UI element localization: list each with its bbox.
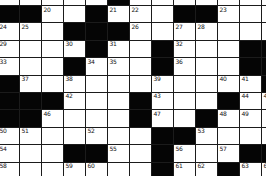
answer-cell-r7-c8[interactable] [174, 110, 195, 126]
clue-number-26: 26 [132, 24, 139, 30]
answer-cell-r5-c6[interactable] [130, 76, 151, 92]
black-cell-r1-c1 [20, 6, 41, 22]
answer-cell-r3-c5[interactable]: 31 [108, 41, 129, 57]
answer-cell-r1-c5[interactable]: 21 [108, 6, 129, 22]
clue-number-41: 41 [242, 76, 249, 82]
black-cell-r1-c9 [196, 6, 217, 22]
answer-cell-r2-c9[interactable]: 28 [196, 23, 217, 39]
black-cell-r3-c4 [86, 41, 107, 57]
answer-cell-r2-c0[interactable]: 24 [0, 23, 19, 39]
answer-cell-r2-c12[interactable] [262, 23, 266, 39]
answer-cell-r9-c0[interactable]: 54 [0, 145, 19, 161]
black-cell-r3-c7 [152, 41, 173, 57]
black-cell-r3-c12 [262, 41, 266, 57]
black-cell-r6-c6 [130, 93, 151, 109]
clue-number-45: 45 [264, 93, 267, 99]
answer-cell-r3-c2[interactable] [42, 41, 63, 57]
black-cell-r10-c10 [218, 163, 239, 176]
clue-number-38: 38 [66, 76, 73, 82]
black-cell-r4-c3 [64, 58, 85, 74]
black-cell-r4-c7 [152, 58, 173, 74]
answer-cell-r10-c4[interactable]: 60 [86, 163, 107, 176]
clue-number-29: 29 [0, 41, 7, 47]
clue-number-61: 61 [176, 163, 183, 169]
answer-cell-r8-c6[interactable] [130, 128, 151, 144]
answer-cell-r7-c5[interactable] [108, 110, 129, 126]
answer-cell-r9-c10[interactable]: 57 [218, 145, 239, 161]
answer-cell-r10-c8[interactable]: 61 [174, 163, 195, 176]
answer-cell-r8-c3[interactable] [64, 128, 85, 144]
clue-number-33: 33 [0, 59, 7, 65]
answer-cell-r3-c9[interactable] [196, 41, 217, 57]
answer-cell-r5-c4[interactable] [86, 76, 107, 92]
answer-cell-r4-c4[interactable]: 34 [86, 58, 107, 74]
black-cell-r8-c8 [174, 128, 195, 144]
clue-number-32: 32 [176, 41, 183, 47]
answer-cell-r4-c10[interactable] [218, 58, 239, 74]
answer-cell-r7-c11[interactable]: 49 [240, 110, 261, 126]
clue-number-52: 52 [88, 128, 95, 134]
answer-cell-r5-c11[interactable]: 41 [240, 76, 261, 92]
answer-cell-r4-c1[interactable] [20, 58, 41, 74]
black-cell-r3-c11 [240, 41, 261, 57]
answer-cell-r4-c6[interactable] [130, 58, 151, 74]
black-cell-r5-c0 [0, 76, 19, 92]
crossword-screenshot: 2021222324252627282930313233343536373839… [0, 0, 266, 176]
answer-cell-r10-c1[interactable] [20, 163, 41, 176]
answer-cell-r8-c12[interactable] [262, 128, 266, 144]
black-cell-r6-c2 [42, 93, 63, 109]
answer-cell-r6-c4[interactable] [86, 93, 107, 109]
answer-cell-r10-c12[interactable]: 64 [262, 163, 266, 176]
black-cell-r6-c0 [0, 93, 19, 109]
answer-cell-r1-c7[interactable] [152, 6, 173, 22]
answer-cell-r6-c3[interactable]: 42 [64, 93, 85, 109]
answer-cell-r5-c10[interactable]: 40 [218, 76, 239, 92]
black-cell-r5-c12 [262, 76, 266, 92]
answer-cell-r8-c11[interactable] [240, 128, 261, 144]
answer-cell-r5-c8[interactable] [174, 76, 195, 92]
clue-number-63: 63 [242, 163, 249, 169]
answer-cell-r8-c0[interactable]: 50 [0, 128, 19, 144]
answer-cell-r9-c5[interactable]: 55 [108, 145, 129, 161]
clue-number-53: 53 [198, 128, 205, 134]
clue-number-51: 51 [22, 128, 29, 134]
answer-cell-r7-c4[interactable] [86, 110, 107, 126]
black-cell-r1-c4 [86, 6, 107, 22]
black-cell-r9-c4 [86, 145, 107, 161]
clue-number-50: 50 [0, 128, 7, 134]
clue-number-40: 40 [220, 76, 227, 82]
answer-cell-r1-c3[interactable] [64, 6, 85, 22]
answer-cell-r0-c4[interactable] [86, 0, 107, 5]
black-cell-r9-c7 [152, 145, 173, 161]
clue-number-22: 22 [132, 7, 139, 13]
answer-cell-r10-c2[interactable] [42, 163, 63, 176]
black-cell-r2-c5 [108, 23, 129, 39]
answer-cell-r8-c5[interactable] [108, 128, 129, 144]
answer-cell-r2-c8[interactable]: 27 [174, 23, 195, 39]
answer-cell-r10-c6[interactable] [130, 163, 151, 176]
clue-number-64: 64 [264, 163, 267, 169]
answer-cell-r0-c7[interactable] [152, 0, 173, 5]
answer-cell-r4-c0[interactable]: 33 [0, 58, 19, 74]
clue-number-58: 58 [0, 163, 7, 169]
clue-number-56: 56 [176, 146, 183, 152]
answer-cell-r3-c10[interactable] [218, 41, 239, 57]
answer-cell-r10-c0[interactable]: 58 [0, 163, 19, 176]
clue-number-23: 23 [220, 7, 227, 13]
answer-cell-r0-c0[interactable] [0, 0, 19, 5]
answer-cell-r7-c10[interactable]: 48 [218, 110, 239, 126]
answer-cell-r9-c9[interactable] [196, 145, 217, 161]
clue-number-24: 24 [0, 24, 7, 30]
clue-number-27: 27 [176, 24, 183, 30]
answer-cell-r8-c2[interactable] [42, 128, 63, 144]
clue-number-44: 44 [242, 93, 249, 99]
answer-cell-r10-c3[interactable]: 59 [64, 163, 85, 176]
black-cell-r6-c10 [218, 93, 239, 109]
clue-number-31: 31 [110, 41, 117, 47]
answer-cell-r0-c3[interactable] [64, 0, 85, 5]
answer-cell-r3-c0[interactable]: 29 [0, 41, 19, 57]
answer-cell-r4-c5[interactable]: 35 [108, 58, 129, 74]
black-cell-r7-c1 [20, 110, 41, 126]
clue-number-42: 42 [66, 93, 73, 99]
answer-cell-r3-c6[interactable] [130, 41, 151, 57]
black-cell-r7-c6 [130, 110, 151, 126]
clue-number-55: 55 [110, 146, 117, 152]
answer-cell-r3-c3[interactable]: 30 [64, 41, 85, 57]
black-cell-r2-c3 [64, 23, 85, 39]
answer-cell-r4-c2[interactable] [42, 58, 63, 74]
answer-cell-r0-c10[interactable] [218, 0, 239, 5]
answer-cell-r1-c6[interactable]: 22 [130, 6, 151, 22]
answer-cell-r9-c6[interactable] [130, 145, 151, 161]
answer-cell-r10-c11[interactable]: 63 [240, 163, 261, 176]
answer-cell-r4-c8[interactable]: 36 [174, 58, 195, 74]
answer-cell-r9-c2[interactable] [42, 145, 63, 161]
answer-cell-r1-c12[interactable] [262, 6, 266, 22]
black-cell-r10-c7 [152, 163, 173, 176]
black-cell-r9-c11 [240, 145, 261, 161]
answer-cell-r2-c7[interactable] [152, 23, 173, 39]
answer-cell-r2-c2[interactable] [42, 23, 63, 39]
answer-cell-r8-c1[interactable]: 51 [20, 128, 41, 144]
answer-cell-r4-c9[interactable] [196, 58, 217, 74]
answer-cell-r10-c5[interactable] [108, 163, 129, 176]
clue-number-37: 37 [22, 76, 29, 82]
answer-cell-r7-c12[interactable] [262, 110, 266, 126]
clue-number-39: 39 [154, 76, 161, 82]
answer-cell-r6-c11[interactable]: 44 [240, 93, 261, 109]
answer-cell-r10-c9[interactable]: 62 [196, 163, 217, 176]
black-cell-r1-c0 [0, 6, 19, 22]
black-cell-r7-c9 [196, 110, 217, 126]
answer-cell-r0-c6[interactable] [130, 0, 151, 5]
black-cell-r1-c8 [174, 6, 195, 22]
answer-cell-r2-c1[interactable]: 25 [20, 23, 41, 39]
black-cell-r7-c0 [0, 110, 19, 126]
answer-cell-r5-c1[interactable]: 37 [20, 76, 41, 92]
answer-cell-r0-c8[interactable] [174, 0, 195, 5]
clue-number-48: 48 [220, 111, 227, 117]
clue-number-62: 62 [198, 163, 205, 169]
answer-cell-r1-c11[interactable] [240, 6, 261, 22]
black-cell-r4-c12 [262, 58, 266, 74]
clue-number-28: 28 [198, 24, 205, 30]
black-cell-r9-c3 [64, 145, 85, 161]
clue-number-60: 60 [88, 163, 95, 169]
answer-cell-r5-c5[interactable] [108, 76, 129, 92]
answer-cell-r2-c10[interactable] [218, 23, 239, 39]
clue-number-30: 30 [66, 41, 73, 47]
clue-number-47: 47 [154, 111, 161, 117]
answer-cell-r8-c10[interactable] [218, 128, 239, 144]
clue-number-20: 20 [44, 7, 51, 13]
black-cell-r8-c7 [152, 128, 173, 144]
clue-number-35: 35 [110, 59, 117, 65]
answer-cell-r7-c2[interactable]: 46 [42, 110, 63, 126]
clue-number-43: 43 [154, 93, 161, 99]
clue-number-36: 36 [176, 59, 183, 65]
answer-cell-r5-c3[interactable]: 38 [64, 76, 85, 92]
answer-cell-r7-c3[interactable] [64, 110, 85, 126]
clue-number-46: 46 [44, 111, 51, 117]
clue-number-54: 54 [0, 146, 7, 152]
clue-number-25: 25 [22, 24, 29, 30]
answer-cell-r9-c8[interactable]: 56 [174, 145, 195, 161]
answer-cell-r6-c12[interactable]: 45 [262, 93, 266, 109]
answer-cell-r0-c12[interactable] [262, 0, 266, 5]
answer-cell-r7-c7[interactable]: 47 [152, 110, 173, 126]
answer-cell-r0-c9[interactable] [196, 0, 217, 5]
answer-cell-r0-c1[interactable] [20, 0, 41, 5]
answer-cell-r9-c1[interactable] [20, 145, 41, 161]
answer-cell-r2-c6[interactable]: 26 [130, 23, 151, 39]
answer-cell-r8-c4[interactable]: 52 [86, 128, 107, 144]
answer-cell-r6-c7[interactable]: 43 [152, 93, 173, 109]
answer-cell-r6-c8[interactable] [174, 93, 195, 109]
black-cell-r6-c1 [20, 93, 41, 109]
answer-cell-r5-c2[interactable] [42, 76, 63, 92]
black-cell-r2-c4 [86, 23, 107, 39]
answer-cell-r0-c2[interactable] [42, 0, 63, 5]
answer-cell-r1-c10[interactable]: 23 [218, 6, 239, 22]
clue-number-34: 34 [88, 59, 95, 65]
answer-cell-r2-c11[interactable] [240, 23, 261, 39]
answer-cell-r6-c9[interactable] [196, 93, 217, 109]
answer-cell-r8-c9[interactable]: 53 [196, 128, 217, 144]
answer-cell-r5-c9[interactable] [196, 76, 217, 92]
answer-cell-r6-c5[interactable] [108, 93, 129, 109]
answer-cell-r5-c7[interactable]: 39 [152, 76, 173, 92]
clue-number-49: 49 [242, 111, 249, 117]
answer-cell-r0-c11[interactable] [240, 0, 261, 5]
answer-cell-r3-c1[interactable] [20, 41, 41, 57]
black-cell-r9-c12 [262, 145, 266, 161]
answer-cell-r3-c8[interactable]: 32 [174, 41, 195, 57]
clue-number-59: 59 [66, 163, 73, 169]
crossword-grid: 2021222324252627282930313233343536373839… [0, 0, 266, 176]
black-cell-r0-c5 [108, 0, 129, 5]
answer-cell-r1-c2[interactable]: 20 [42, 6, 63, 22]
black-cell-r4-c11 [240, 58, 261, 74]
clue-number-57: 57 [220, 146, 227, 152]
clue-number-21: 21 [110, 7, 117, 13]
